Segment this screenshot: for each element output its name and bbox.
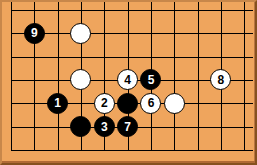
stone-black: [70, 116, 91, 137]
stone-move-number: 5: [148, 73, 155, 85]
stone-black-move-3: 3: [94, 116, 115, 137]
stone-move-number: 6: [148, 97, 155, 109]
stone-white: [70, 23, 91, 44]
stone-black-move-9: 9: [24, 23, 45, 44]
stone-grid: 945812637: [0, 0, 256, 162]
stone-move-number: 1: [54, 97, 61, 109]
stone-black: [117, 93, 138, 114]
stone-white-move-4: 4: [117, 69, 138, 90]
stone-move-number: 3: [101, 120, 108, 132]
stone-white-move-8: 8: [210, 69, 231, 90]
stone-move-number: 8: [218, 73, 225, 85]
go-board-diagram: 945812637: [0, 0, 257, 165]
stone-white: [164, 93, 185, 114]
stone-move-number: 2: [101, 97, 108, 109]
stone-white: [70, 69, 91, 90]
stone-white-move-2: 2: [94, 93, 115, 114]
stone-white-move-6: 6: [140, 93, 161, 114]
stone-move-number: 4: [124, 73, 131, 85]
stone-black-move-5: 5: [140, 69, 161, 90]
stone-black-move-7: 7: [117, 116, 138, 137]
stone-black-move-1: 1: [47, 93, 68, 114]
stone-move-number: 7: [124, 120, 131, 132]
stone-move-number: 9: [31, 27, 38, 39]
